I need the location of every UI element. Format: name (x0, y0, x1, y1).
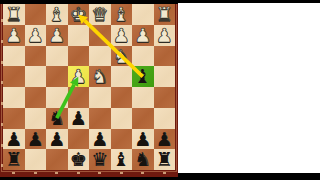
square-c4[interactable] (111, 66, 133, 87)
piece-white-knight-d4: ♞ (89, 66, 111, 87)
file-tick-f (55, 172, 58, 174)
square-h1[interactable]: ♜ (3, 4, 25, 25)
rank-tick-4 (1, 81, 3, 84)
square-f1[interactable]: ♝ (46, 4, 68, 25)
square-h8[interactable]: ♜ (3, 149, 25, 170)
square-g3[interactable] (25, 46, 47, 67)
square-d3[interactable] (89, 46, 111, 67)
square-d5[interactable] (89, 87, 111, 108)
square-e6[interactable]: ♟ (68, 108, 90, 129)
rank-tick-1 (1, 19, 3, 22)
square-f3[interactable] (46, 46, 68, 67)
square-a7[interactable]: ♟ (154, 129, 176, 150)
chess-board: ♜♝♚♛♝♜♟♟♟♟♟♟♞♟♞♝♞♟♟♟♟♟♟♟♜♚♛♝♞♜ (0, 0, 178, 180)
piece-white-pawn-c2: ♟ (111, 25, 133, 46)
piece-white-bishop-c1: ♝ (111, 4, 133, 25)
piece-white-pawn-b2: ♟ (132, 25, 154, 46)
square-c6[interactable] (111, 108, 133, 129)
file-tick-d (98, 172, 101, 174)
square-g4[interactable] (25, 66, 47, 87)
square-f5[interactable] (46, 87, 68, 108)
piece-white-pawn-e4: ♟ (68, 66, 90, 87)
piece-white-rook-a1: ♜ (154, 4, 176, 25)
square-f2[interactable]: ♟ (46, 25, 68, 46)
square-h2[interactable]: ♟ (3, 25, 25, 46)
square-e5[interactable] (68, 87, 90, 108)
square-a5[interactable] (154, 87, 176, 108)
square-g2[interactable]: ♟ (25, 25, 47, 46)
piece-black-rook-h8: ♜ (3, 149, 25, 170)
file-tick-e (77, 172, 80, 174)
square-e7[interactable] (68, 129, 90, 150)
square-a2[interactable]: ♟ (154, 25, 176, 46)
square-d7[interactable]: ♟ (89, 129, 111, 150)
square-f7[interactable]: ♟ (46, 129, 68, 150)
square-h6[interactable] (3, 108, 25, 129)
square-e1[interactable]: ♚ (68, 4, 90, 25)
square-g1[interactable] (25, 4, 47, 25)
letterbox-bottom (0, 177, 178, 180)
square-h3[interactable] (3, 46, 25, 67)
piece-black-king-e8: ♚ (68, 149, 90, 170)
square-b1[interactable] (132, 4, 154, 25)
square-c2[interactable]: ♟ (111, 25, 133, 46)
square-g8[interactable] (25, 149, 47, 170)
square-a3[interactable] (154, 46, 176, 67)
square-g7[interactable]: ♟ (25, 129, 47, 150)
piece-white-pawn-h2: ♟ (3, 25, 25, 46)
square-c8[interactable]: ♝ (111, 149, 133, 170)
file-tick-g (34, 172, 37, 174)
square-d4[interactable]: ♞ (89, 66, 111, 87)
square-b2[interactable]: ♟ (132, 25, 154, 46)
piece-black-pawn-b7: ♟ (132, 129, 154, 150)
square-g6[interactable] (25, 108, 47, 129)
square-b6[interactable] (132, 108, 154, 129)
square-b3[interactable] (132, 46, 154, 67)
piece-white-pawn-a2: ♟ (154, 25, 176, 46)
square-e4[interactable]: ♟ (68, 66, 90, 87)
rank-tick-3 (1, 61, 3, 64)
square-a1[interactable]: ♜ (154, 4, 176, 25)
square-e2[interactable] (68, 25, 90, 46)
square-d8[interactable]: ♛ (89, 149, 111, 170)
square-c7[interactable] (111, 129, 133, 150)
rank-tick-5 (1, 102, 3, 105)
square-f4[interactable] (46, 66, 68, 87)
piece-black-pawn-h7: ♟ (3, 129, 25, 150)
piece-white-queen-d1: ♛ (89, 4, 111, 25)
square-h4[interactable] (3, 66, 25, 87)
piece-white-rook-h1: ♜ (3, 4, 25, 25)
square-b7[interactable]: ♟ (132, 129, 154, 150)
file-tick-h (12, 172, 15, 174)
square-d6[interactable] (89, 108, 111, 129)
piece-black-pawn-g7: ♟ (25, 129, 47, 150)
piece-black-bishop-c8: ♝ (111, 149, 133, 170)
square-f6[interactable]: ♞ (46, 108, 68, 129)
piece-white-pawn-f2: ♟ (46, 25, 68, 46)
piece-black-pawn-e6: ♟ (68, 108, 90, 129)
file-tick-c (120, 172, 123, 174)
file-tick-b (141, 172, 144, 174)
square-e3[interactable] (68, 46, 90, 67)
piece-white-king-e1: ♚ (68, 4, 90, 25)
board-squares: ♜♝♚♛♝♜♟♟♟♟♟♟♞♟♞♝♞♟♟♟♟♟♟♟♜♚♛♝♞♜ (3, 4, 175, 170)
piece-black-queen-d8: ♛ (89, 149, 111, 170)
square-c1[interactable]: ♝ (111, 4, 133, 25)
square-h7[interactable]: ♟ (3, 129, 25, 150)
square-e8[interactable]: ♚ (68, 149, 90, 170)
square-a4[interactable] (154, 66, 176, 87)
piece-black-rook-a8: ♜ (154, 149, 176, 170)
square-f8[interactable] (46, 149, 68, 170)
piece-white-bishop-f1: ♝ (46, 4, 68, 25)
rank-tick-8 (1, 164, 3, 167)
piece-black-pawn-f7: ♟ (46, 129, 68, 150)
square-d1[interactable]: ♛ (89, 4, 111, 25)
square-b8[interactable]: ♞ (132, 149, 154, 170)
square-g5[interactable] (25, 87, 47, 108)
rank-tick-2 (1, 40, 3, 43)
piece-black-knight-f6: ♞ (46, 108, 68, 129)
square-d2[interactable] (89, 25, 111, 46)
piece-black-pawn-a7: ♟ (154, 129, 176, 150)
piece-black-bishop-b4: ♝ (132, 66, 154, 87)
rank-tick-6 (1, 123, 3, 126)
piece-white-pawn-g2: ♟ (25, 25, 47, 46)
letterbox-top (0, 0, 178, 4)
square-a6[interactable] (154, 108, 176, 129)
rank-tick-7 (1, 144, 3, 147)
video-frame: ♜♝♚♛♝♜♟♟♟♟♟♟♞♟♞♝♞♟♟♟♟♟♟♟♜♚♛♝♞♜ (0, 0, 320, 180)
square-a8[interactable]: ♜ (154, 149, 176, 170)
piece-white-knight-c3: ♞ (111, 46, 133, 67)
square-b5[interactable] (132, 87, 154, 108)
piece-black-knight-b8: ♞ (132, 149, 154, 170)
square-c3[interactable]: ♞ (111, 46, 133, 67)
blank-side-panel (178, 3, 320, 173)
piece-black-pawn-d7: ♟ (89, 129, 111, 150)
square-h5[interactable] (3, 87, 25, 108)
square-b4[interactable]: ♝ (132, 66, 154, 87)
square-c5[interactable] (111, 87, 133, 108)
file-tick-a (163, 172, 166, 174)
